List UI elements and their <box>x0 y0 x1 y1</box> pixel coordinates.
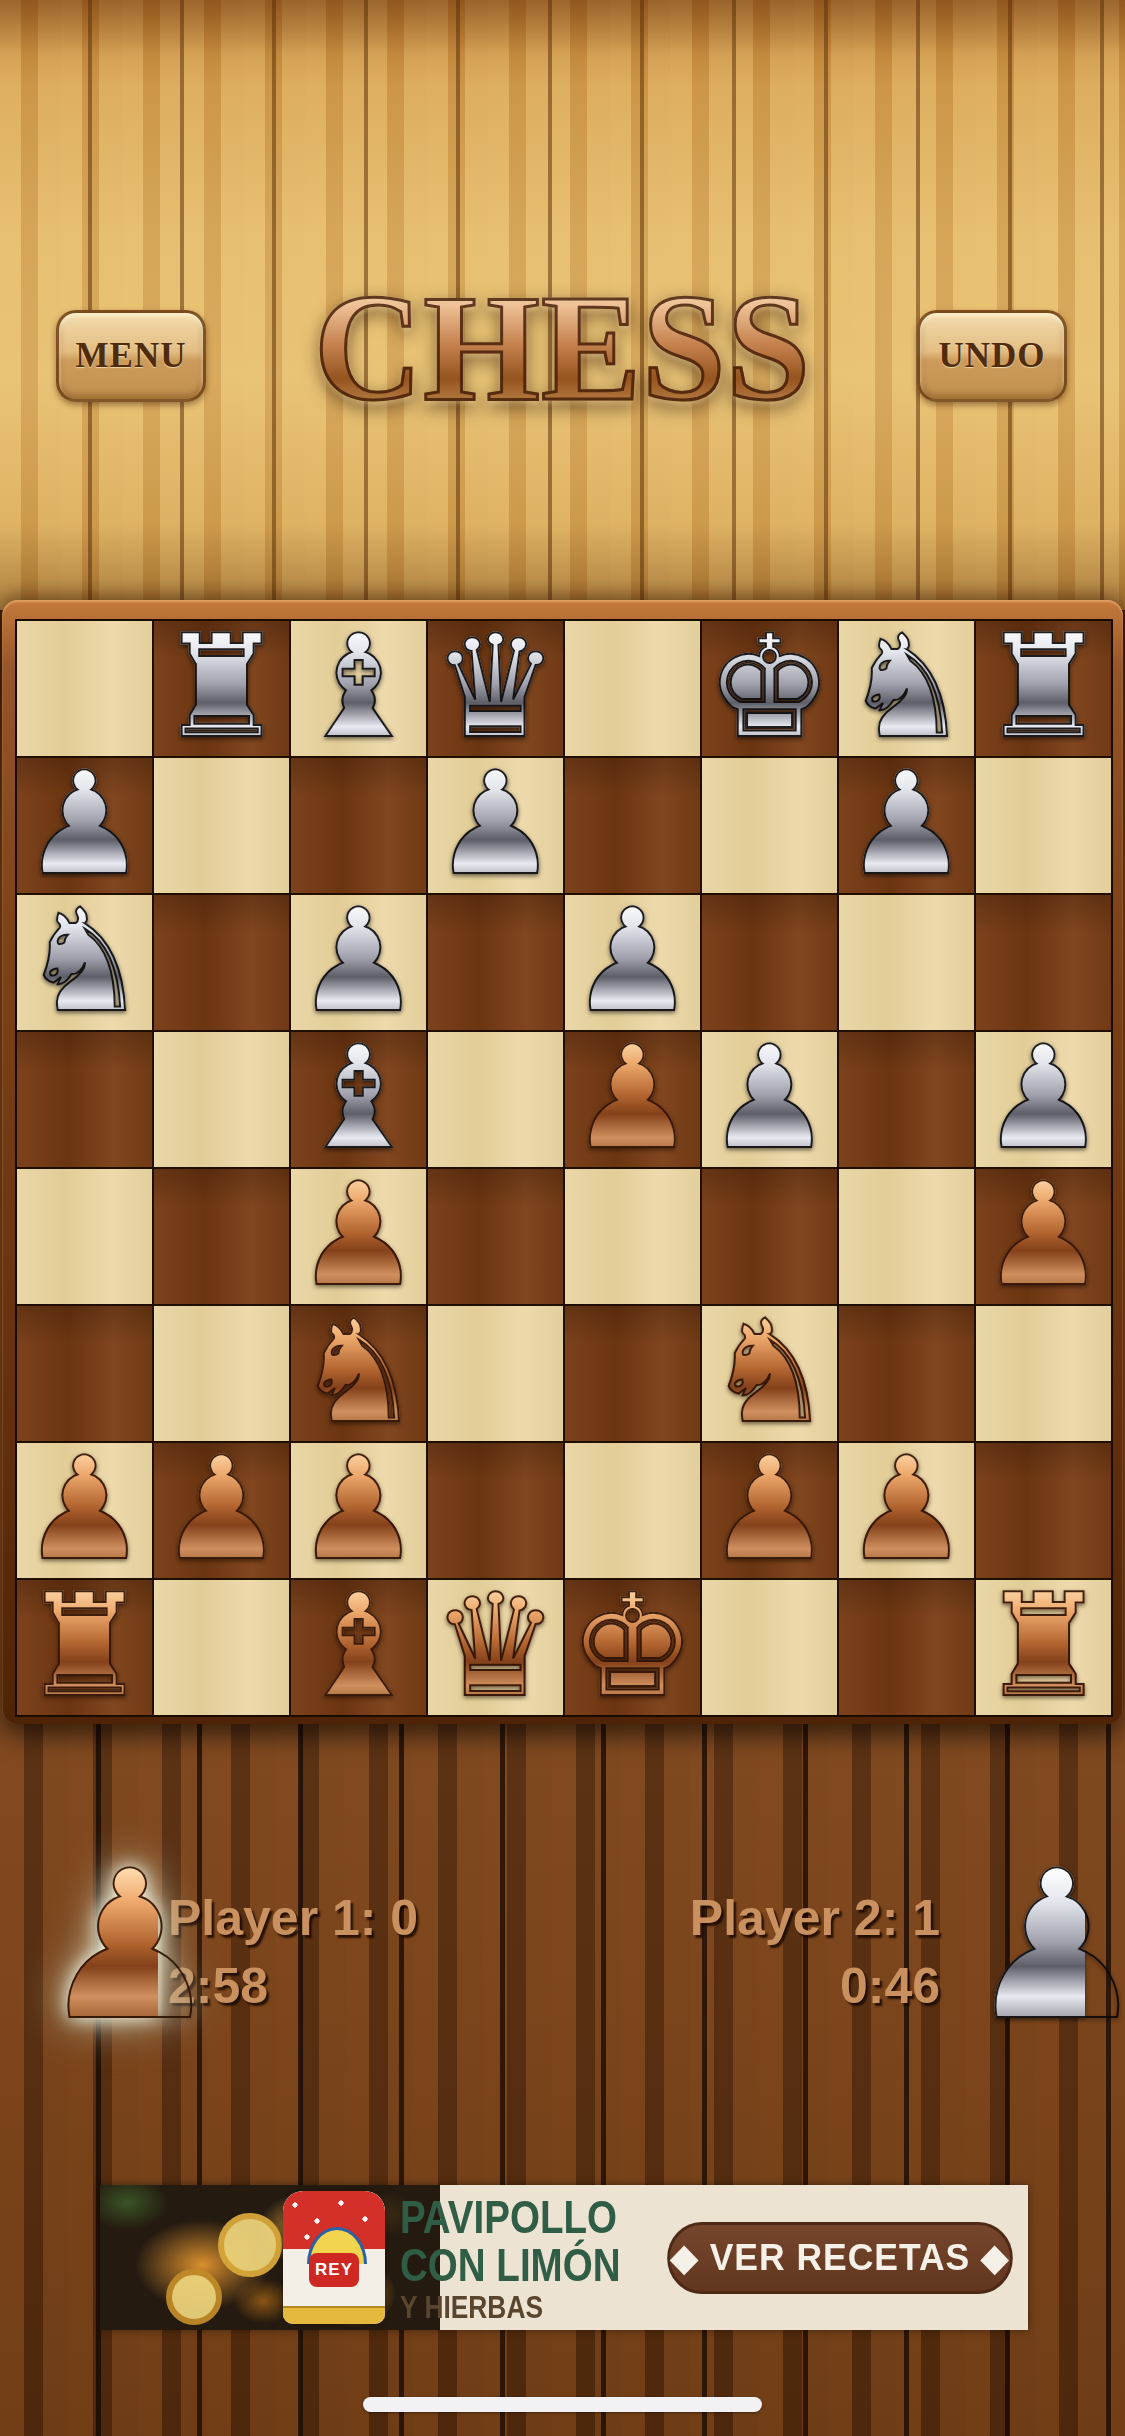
square-f5[interactable]: ♟ <box>702 1032 837 1167</box>
square-b6[interactable] <box>154 895 289 1030</box>
chess-board: ♜♝♛♚♞♜♟♟♟♞♟♟♝♟♟♟♟♟♞♞♟♟♟♟♟♜♝♛♚♜ <box>2 600 1123 1724</box>
home-indicator[interactable] <box>363 2397 762 2412</box>
white-pawn-c2: ♟ <box>291 1443 426 1575</box>
square-b4[interactable] <box>154 1169 289 1304</box>
square-d5[interactable] <box>428 1032 563 1167</box>
black-pawn-g7: ♟ <box>839 758 974 890</box>
black-bishop-c8: ♝ <box>291 621 426 753</box>
square-b8[interactable]: ♜ <box>154 621 289 756</box>
square-h7[interactable] <box>976 758 1111 893</box>
player2-score-label: Player 2: 1 <box>690 1890 940 1946</box>
black-pawn-h5: ♟ <box>976 1032 1111 1164</box>
square-c3[interactable]: ♞ <box>291 1306 426 1441</box>
square-e2[interactable] <box>565 1443 700 1578</box>
black-king-f8: ♚ <box>702 621 837 753</box>
board-squares: ♜♝♛♚♞♜♟♟♟♞♟♟♝♟♟♟♟♟♞♞♟♟♟♟♟♜♝♛♚♜ <box>15 619 1113 1717</box>
lemon-slice-decor <box>166 2269 222 2325</box>
square-e5[interactable]: ♟ <box>565 1032 700 1167</box>
square-h2[interactable] <box>976 1443 1111 1578</box>
square-f1[interactable] <box>702 1580 837 1715</box>
square-d1[interactable]: ♛ <box>428 1580 563 1715</box>
square-a4[interactable] <box>17 1169 152 1304</box>
white-pawn-a2: ♟ <box>17 1443 152 1575</box>
square-c6[interactable]: ♟ <box>291 895 426 1030</box>
square-a3[interactable] <box>17 1306 152 1441</box>
square-d2[interactable] <box>428 1443 563 1578</box>
square-e8[interactable] <box>565 621 700 756</box>
square-d8[interactable]: ♛ <box>428 621 563 756</box>
square-e6[interactable]: ♟ <box>565 895 700 1030</box>
white-queen-d1: ♛ <box>428 1580 563 1712</box>
square-d3[interactable] <box>428 1306 563 1441</box>
undo-button[interactable]: UNDO <box>917 310 1067 402</box>
square-e4[interactable] <box>565 1169 700 1304</box>
black-rook-h8: ♜ <box>976 621 1111 753</box>
square-g6[interactable] <box>839 895 974 1030</box>
square-h5[interactable]: ♟ <box>976 1032 1111 1167</box>
black-bishop-c5: ♝ <box>291 1032 426 1164</box>
square-f6[interactable] <box>702 895 837 1030</box>
square-f4[interactable] <box>702 1169 837 1304</box>
square-a2[interactable]: ♟ <box>17 1443 152 1578</box>
black-pawn-e6: ♟ <box>565 895 700 1027</box>
ad-banner[interactable]: REY PAVIPOLLO CON LIMÓN Y HIERBAS ◆ VER … <box>100 2185 1028 2330</box>
square-g3[interactable] <box>839 1306 974 1441</box>
square-b1[interactable] <box>154 1580 289 1715</box>
square-a8[interactable] <box>17 621 152 756</box>
black-queen-d8: ♛ <box>428 621 563 753</box>
player1-pawn-icon: ♟ <box>38 1862 158 2034</box>
square-b7[interactable] <box>154 758 289 893</box>
square-h4[interactable]: ♟ <box>976 1169 1111 1304</box>
square-c1[interactable]: ♝ <box>291 1580 426 1715</box>
black-pawn-c6: ♟ <box>291 895 426 1027</box>
white-pawn-c4: ♟ <box>291 1169 426 1301</box>
square-c7[interactable] <box>291 758 426 893</box>
package-yellow-band <box>283 2306 385 2324</box>
square-a5[interactable] <box>17 1032 152 1167</box>
square-h8[interactable]: ♜ <box>976 621 1111 756</box>
square-e3[interactable] <box>565 1306 700 1441</box>
black-pawn-a7: ♟ <box>17 758 152 890</box>
square-f3[interactable]: ♞ <box>702 1306 837 1441</box>
square-b3[interactable] <box>154 1306 289 1441</box>
square-g4[interactable] <box>839 1169 974 1304</box>
square-c4[interactable]: ♟ <box>291 1169 426 1304</box>
black-knight-a6: ♞ <box>17 895 152 1027</box>
square-e7[interactable] <box>565 758 700 893</box>
ad-product-package: REY <box>283 2191 385 2324</box>
white-knight-f3: ♞ <box>702 1306 837 1438</box>
square-b5[interactable] <box>154 1032 289 1167</box>
white-pawn-h4: ♟ <box>976 1169 1111 1301</box>
square-d7[interactable]: ♟ <box>428 758 563 893</box>
ad-cta-button[interactable]: ◆ VER RECETAS ◆ <box>667 2222 1013 2294</box>
square-h6[interactable] <box>976 895 1111 1030</box>
square-c8[interactable]: ♝ <box>291 621 426 756</box>
black-knight-g8: ♞ <box>839 621 974 753</box>
square-g1[interactable] <box>839 1580 974 1715</box>
white-pawn-g2: ♟ <box>839 1443 974 1575</box>
square-a6[interactable]: ♞ <box>17 895 152 1030</box>
white-pawn-f2: ♟ <box>702 1443 837 1575</box>
square-a7[interactable]: ♟ <box>17 758 152 893</box>
player2-pawn-icon: ♟ <box>965 1862 1085 2034</box>
lemon-slice-decor <box>218 2213 282 2277</box>
black-pawn-f5: ♟ <box>702 1032 837 1164</box>
white-pawn-e5: ♟ <box>565 1032 700 1164</box>
player2-clock: 0:46 <box>840 1958 940 2014</box>
square-g5[interactable] <box>839 1032 974 1167</box>
square-g8[interactable]: ♞ <box>839 621 974 756</box>
square-g7[interactable]: ♟ <box>839 758 974 893</box>
square-f7[interactable] <box>702 758 837 893</box>
ad-food-photo <box>100 2185 440 2330</box>
black-pawn-d7: ♟ <box>428 758 563 890</box>
brand-logo: REY <box>309 2253 359 2287</box>
ad-headline-line2: CON LIMÓN <box>400 2241 671 2289</box>
silver-pawn-icon: ♟ <box>965 1862 1085 2030</box>
square-b2[interactable]: ♟ <box>154 1443 289 1578</box>
white-pawn-b2: ♟ <box>154 1443 289 1575</box>
white-king-e1: ♚ <box>565 1580 700 1712</box>
square-c5[interactable]: ♝ <box>291 1032 426 1167</box>
square-f2[interactable]: ♟ <box>702 1443 837 1578</box>
square-c2[interactable]: ♟ <box>291 1443 426 1578</box>
white-bishop-c1: ♝ <box>291 1580 426 1712</box>
white-rook-h1: ♜ <box>976 1580 1111 1712</box>
white-rook-a1: ♜ <box>17 1580 152 1712</box>
ad-headline-line1: PAVIPOLLO <box>400 2193 671 2241</box>
square-h1[interactable]: ♜ <box>976 1580 1111 1715</box>
square-g2[interactable]: ♟ <box>839 1443 974 1578</box>
square-e1[interactable]: ♚ <box>565 1580 700 1715</box>
square-a1[interactable]: ♜ <box>17 1580 152 1715</box>
chess-app-screen: MENU CHESS UNDO ♜♝♛♚♞♜♟♟♟♞♟♟♝♟♟♟♟♟♞♞♟♟♟♟… <box>0 0 1125 2436</box>
square-f8[interactable]: ♚ <box>702 621 837 756</box>
square-d4[interactable] <box>428 1169 563 1304</box>
white-knight-c3: ♞ <box>291 1306 426 1438</box>
ad-headline-line3: Y HIERBAS <box>400 2291 681 2325</box>
square-h3[interactable] <box>976 1306 1111 1441</box>
square-d6[interactable] <box>428 895 563 1030</box>
black-rook-b8: ♜ <box>154 621 289 753</box>
copper-pawn-icon: ♟ <box>38 1862 158 2030</box>
